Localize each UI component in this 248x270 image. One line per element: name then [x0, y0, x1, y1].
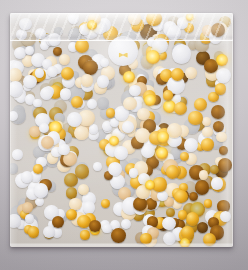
confetti-piece — [185, 67, 196, 78]
confetti-piece — [23, 75, 36, 88]
confetti-piece — [83, 201, 95, 213]
confetti-piece — [58, 144, 70, 156]
confetti-piece — [114, 146, 128, 160]
confetti-piece — [25, 214, 34, 223]
confetti-piece — [48, 33, 62, 47]
confetti-piece — [41, 136, 54, 149]
confetti-piece — [186, 212, 199, 225]
confetti-piece — [184, 138, 198, 152]
confetti-piece — [178, 210, 188, 220]
confetti-piece — [75, 39, 89, 53]
confetti-piece — [201, 138, 214, 151]
confetti-piece — [203, 233, 217, 247]
confetti-piece — [75, 164, 90, 179]
confetti-piece — [22, 202, 33, 213]
confetti-piece — [10, 68, 22, 82]
confetti-piece — [129, 168, 138, 177]
confetti-piece — [52, 216, 64, 228]
confetti-piece — [12, 149, 23, 160]
confetti-piece — [33, 99, 42, 108]
confetti-piece — [10, 163, 18, 173]
confetti-piece — [163, 90, 174, 101]
confetti-piece — [220, 211, 231, 222]
confetti-piece — [19, 18, 32, 31]
confetti-piece — [204, 199, 213, 208]
confetti-piece — [219, 146, 228, 155]
confetti-piece — [174, 102, 187, 115]
confetti-piece — [87, 20, 97, 30]
confetti-piece — [129, 85, 140, 96]
confetti-piece — [162, 217, 176, 231]
confetti-piece — [89, 220, 101, 232]
confetti-piece — [21, 171, 33, 183]
confetti-piece — [89, 124, 98, 133]
confetti-piece — [59, 54, 70, 65]
confetti-piece — [97, 97, 109, 109]
confetti-piece — [144, 94, 156, 106]
confetti-piece — [137, 108, 149, 120]
confetti-piece — [106, 108, 116, 118]
confetti-piece — [102, 224, 112, 234]
confetti-piece — [60, 88, 72, 100]
confetti-piece — [166, 208, 175, 217]
confetti-piece — [174, 190, 188, 204]
confetti-piece — [33, 164, 43, 174]
confetti-piece — [199, 170, 208, 179]
confetti-piece — [146, 50, 160, 64]
confetti-piece — [156, 147, 168, 159]
confetti-piece — [135, 128, 150, 143]
confetti-piece — [80, 230, 89, 239]
confetti-piece — [68, 13, 79, 24]
confetti-piece — [25, 46, 34, 55]
confetti-piece — [97, 75, 110, 88]
confetti-piece — [216, 132, 226, 142]
confetti-piece — [202, 117, 211, 126]
confetti-piece — [140, 233, 151, 244]
confetti-piece — [211, 23, 225, 37]
confetti-piece — [167, 123, 182, 138]
confetti-layer — [10, 13, 233, 247]
confetti-piece — [157, 191, 168, 202]
confetti-piece — [108, 36, 138, 66]
confetti-piece — [145, 180, 155, 190]
confetti-piece — [195, 180, 209, 194]
confetti-piece — [121, 219, 131, 229]
confetti-piece — [43, 226, 55, 238]
confetti-piece — [211, 105, 225, 119]
confetti-piece — [186, 13, 194, 21]
confetti-piece — [215, 83, 227, 95]
confetti-piece — [122, 121, 134, 133]
confetti-piece — [211, 177, 223, 189]
confetti-piece — [216, 54, 228, 66]
confetti-piece — [109, 136, 119, 146]
confetti-piece — [35, 28, 46, 39]
confetti-piece — [71, 96, 83, 108]
confetti-piece — [35, 68, 45, 78]
confetti-piece — [81, 74, 93, 86]
confetti-piece — [16, 29, 27, 40]
confetti-piece — [28, 226, 40, 238]
confetti-piece — [87, 99, 97, 109]
confetti-piece — [188, 111, 202, 125]
confetti-piece — [83, 60, 98, 75]
confetti-piece — [171, 68, 184, 81]
confetti-piece — [93, 162, 102, 171]
confetti-piece — [218, 158, 232, 172]
confetti-piece — [181, 226, 193, 238]
photo-background — [0, 0, 248, 270]
confetti-piece — [101, 199, 110, 208]
confetti-piece — [166, 165, 180, 179]
confetti-piece — [40, 87, 53, 100]
confetti-piece — [66, 209, 77, 220]
confetti-bag — [10, 13, 233, 247]
confetti-piece — [10, 81, 23, 96]
confetti-piece — [157, 131, 169, 143]
confetti-piece — [197, 222, 208, 233]
confetti-piece — [172, 44, 191, 63]
confetti-piece — [167, 25, 182, 40]
confetti-piece — [111, 228, 126, 243]
confetti-piece — [213, 121, 224, 132]
confetti-piece — [66, 187, 78, 199]
confetti-piece — [163, 232, 176, 245]
confetti-piece — [194, 98, 207, 111]
confetti-piece — [216, 68, 231, 83]
confetti-piece — [180, 238, 190, 247]
confetti-piece — [123, 97, 137, 111]
confetti-piece — [74, 126, 89, 141]
confetti-piece — [202, 127, 212, 137]
